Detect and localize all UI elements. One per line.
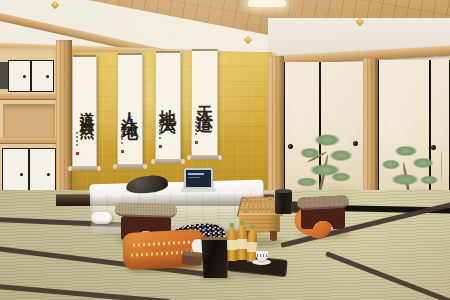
scroll-rod [156, 51, 180, 53]
pine-foliage [417, 174, 441, 186]
red-seal [121, 150, 124, 153]
pine-foliage [328, 171, 354, 183]
laptop-base [181, 188, 216, 193]
door-pull-icon [47, 173, 50, 176]
wooden-box [181, 251, 202, 266]
pine-foliage [409, 156, 437, 170]
shelf-board [0, 138, 58, 144]
ceiling-light [248, 0, 286, 7]
scroll-rod [118, 53, 142, 55]
cabinet-door [8, 60, 31, 92]
gold-nail-ornament [51, 1, 59, 9]
red-seal [195, 141, 198, 144]
pine-foliage [326, 148, 356, 163]
screen-content-line [188, 177, 200, 178]
hanging-tassel [441, 150, 442, 182]
bottle-label [237, 239, 247, 249]
signature-mark [76, 132, 78, 147]
shelf-opening [3, 104, 55, 138]
scroll-roller [115, 164, 145, 169]
box-lid [182, 251, 202, 257]
bench-seat [297, 195, 350, 211]
pine-foliage [293, 176, 321, 188]
fusuma-pull-icon [288, 144, 293, 149]
red-seal [76, 152, 79, 155]
bottle-cap [229, 223, 234, 227]
board-leg [270, 231, 277, 241]
bench-legs [301, 207, 345, 229]
scroll-roller [153, 159, 183, 164]
hanging-scroll-1: 道法自然 [72, 55, 97, 167]
built-in-cabinet [0, 48, 60, 208]
black-canister [275, 190, 292, 214]
black-wastebasket [200, 237, 231, 278]
basket-rim [200, 237, 231, 240]
cabinet-door [31, 60, 54, 92]
door-pull-icon [46, 75, 49, 78]
pine-foliage [297, 146, 323, 160]
embroidery-row [133, 241, 192, 247]
scroll-rod [192, 49, 217, 51]
screen-content-line [188, 173, 204, 175]
pine-foliage [379, 158, 403, 171]
scroll-roller [70, 166, 99, 171]
oshibori-towel [91, 212, 112, 224]
teacup-pattern [257, 254, 267, 257]
bench-right [297, 194, 351, 238]
fusuma-pull-icon [353, 141, 358, 146]
signature-mark [195, 121, 197, 136]
bench-seat [115, 202, 177, 218]
room-photo: 道法自然 人法地 地法天 天法道 [0, 0, 450, 300]
hanging-scroll-2: 人法地 [117, 53, 143, 165]
laptop-screen [184, 168, 213, 189]
hanging-scroll-4: 天法道 [191, 49, 218, 156]
wood-pillar [363, 58, 378, 210]
signature-mark [121, 130, 123, 145]
door-pull-icon [23, 75, 26, 78]
bottle-label [227, 240, 237, 250]
fusuma-pull-icon [431, 145, 436, 150]
gold-nail-ornament [244, 36, 252, 44]
scroll-roller [189, 155, 220, 160]
red-seal [159, 145, 162, 148]
wood-pillar [56, 40, 72, 214]
hanging-scroll-3: 地法天 [155, 51, 181, 160]
signature-mark [159, 125, 161, 140]
bottle-cap [250, 225, 255, 229]
scroll-rod [73, 55, 96, 57]
bottle-cap [240, 221, 245, 225]
door-pull-icon [20, 173, 23, 176]
shelf-board [0, 94, 58, 100]
canister-lid [275, 189, 292, 193]
